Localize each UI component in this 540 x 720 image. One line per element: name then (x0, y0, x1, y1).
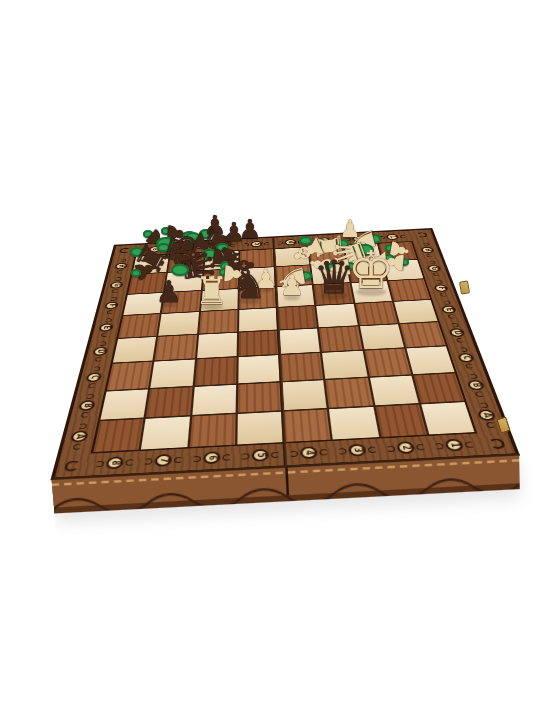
board-square (202, 269, 238, 289)
board-square (406, 347, 454, 374)
coordinate-label: E (441, 305, 457, 313)
scroll-ornament-icon (125, 459, 134, 466)
scroll-ornament-icon (119, 259, 126, 262)
scroll-ornament-icon (319, 449, 328, 455)
board-square (165, 271, 202, 291)
board-square (314, 283, 353, 305)
scroll-ornament-icon (116, 270, 123, 274)
scroll-ornament-icon (368, 446, 378, 452)
coordinate-label: D (448, 328, 465, 337)
piece-shadow (208, 234, 223, 238)
scroll-ornament-icon (94, 357, 102, 362)
border-ornament: 4 (289, 446, 329, 460)
border-ornament: B (76, 393, 97, 417)
coordinate-label: F (433, 284, 449, 292)
border-ornament: 1 (378, 233, 407, 240)
scroll-ornament-icon (332, 238, 338, 241)
border-ornament: B (464, 373, 488, 397)
coordinate-label: G (109, 281, 123, 289)
board-square (388, 279, 430, 301)
coordinate-label: B (78, 400, 96, 411)
scroll-ornament-icon (442, 301, 450, 305)
border-ornament: F (432, 280, 451, 297)
border-ornament: 8 (94, 456, 135, 470)
scroll-ornament-icon (80, 412, 89, 418)
board-square (351, 281, 392, 303)
board-square (204, 251, 238, 270)
scroll-ornament-icon (141, 248, 148, 251)
board-square (197, 333, 237, 359)
border-ornament: 2 (385, 441, 426, 455)
board-square (162, 291, 200, 313)
coordinate-label: 5 (252, 449, 269, 462)
border-ornament: G (108, 277, 125, 293)
coordinate-label: 6 (216, 243, 228, 250)
border-ornament: 6 (209, 242, 236, 249)
coordinate-label: 4 (300, 446, 318, 459)
scroll-ornament-icon (298, 240, 304, 243)
board-square (238, 382, 281, 412)
coordinate-label: 1 (386, 234, 400, 240)
corner-ornament-icon (64, 460, 81, 471)
scroll-ornament-icon (478, 403, 488, 409)
scroll-ornament-icon (162, 247, 168, 250)
border-ornament: C (455, 347, 477, 369)
corner-ornament-icon (488, 438, 506, 449)
coordinate-label: D (92, 347, 108, 356)
scroll-ornament-icon (104, 318, 112, 322)
border-ornament: C (84, 366, 104, 388)
scroll-ornament-icon (230, 244, 236, 247)
board-square (280, 353, 323, 381)
board-square (347, 262, 386, 282)
board-square (192, 384, 236, 414)
brass-clasp (459, 280, 470, 294)
corner-ornament-icon (416, 232, 428, 238)
board-square (364, 349, 410, 376)
scroll-ornament-icon (209, 245, 215, 248)
board-square (107, 362, 153, 390)
border-ornament: 7 (143, 453, 183, 467)
scroll-ornament-icon (72, 444, 82, 450)
board-square (113, 337, 156, 363)
border-ornament: H (113, 259, 129, 274)
board-square (155, 335, 197, 361)
scroll-ornament-icon (223, 454, 232, 461)
board-square (146, 387, 192, 417)
board-square (283, 409, 330, 442)
scroll-ornament-icon (426, 254, 433, 257)
felt-base (183, 231, 196, 240)
border-ornament: 6 (192, 451, 231, 465)
board-square (278, 306, 317, 329)
scroll-ornament-icon (77, 423, 86, 429)
border-ornament: 8 (140, 246, 168, 253)
scroll-ornament-icon (434, 443, 444, 449)
piece-dark-pawn: ♟ (203, 212, 226, 238)
board-square (240, 249, 274, 268)
border-ornament: A (474, 402, 499, 428)
board-square (400, 322, 446, 347)
scroll-ornament-icon (447, 314, 455, 318)
scroll-ornament-icon (196, 245, 202, 248)
scroll-ornament-icon (100, 332, 108, 336)
border-ornament: 5 (243, 240, 270, 247)
board-square (118, 314, 160, 338)
coordinate-label: 5 (251, 241, 263, 248)
scroll-ornament-icon (435, 280, 443, 284)
border-ornament: 3 (310, 237, 338, 244)
scroll-ornament-icon (474, 391, 484, 397)
coordinate-label: B (466, 380, 485, 391)
board-square (383, 260, 423, 280)
coordinate-label: H (420, 247, 434, 254)
board-square (311, 264, 349, 284)
board-square (141, 416, 189, 449)
scroll-ornament-icon (378, 236, 385, 239)
board-square (326, 378, 373, 408)
scroll-ornament-icon (485, 422, 495, 428)
scroll-ornament-icon (264, 242, 270, 245)
scroll-ornament-icon (455, 338, 464, 343)
coordinate-label: A (477, 409, 497, 421)
scroll-ornament-icon (98, 341, 106, 346)
board-square (319, 326, 362, 351)
scroll-ornament-icon (114, 277, 121, 281)
scroll-ornament-icon (109, 297, 116, 301)
scroll-ornament-icon (450, 323, 459, 327)
scroll-ornament-icon (289, 450, 298, 456)
board-square (238, 355, 280, 383)
felt-base (143, 230, 154, 238)
scroll-ornament-icon (432, 273, 440, 277)
border-ornament: D (447, 323, 468, 343)
board-square (151, 360, 195, 388)
coordinate-label: H (114, 263, 128, 270)
board-square (239, 287, 276, 309)
board-square (394, 300, 438, 323)
board-square (277, 285, 315, 307)
coordinate-label: 7 (182, 244, 195, 251)
board-square (282, 380, 327, 410)
coordinate-label: 7 (154, 454, 172, 467)
board-square (276, 265, 312, 285)
corner-ornament-icon (119, 248, 130, 254)
board-square (201, 289, 238, 311)
coordinate-label: 2 (396, 441, 416, 454)
scroll-ornament-icon (464, 441, 474, 447)
scroll-ornament-icon (439, 293, 447, 297)
board-square (199, 310, 238, 334)
border-ornament: 4 (277, 239, 305, 246)
coordinate-label: 2 (352, 235, 365, 242)
coordinate-label: 3 (318, 237, 331, 244)
border-ornament: 3 (337, 443, 378, 457)
board-square (132, 255, 169, 274)
scroll-ornament-icon (416, 444, 426, 450)
border-ornament: 5 (241, 448, 280, 462)
border-ornament: H (419, 243, 436, 258)
scroll-ornament-icon (106, 310, 114, 314)
border-ornament: F (103, 297, 120, 315)
coordinate-label: C (85, 372, 102, 382)
board-square (239, 308, 277, 332)
coordinate-label: 6 (203, 451, 221, 464)
board-square (355, 302, 397, 325)
border-ornament: D (91, 341, 110, 362)
scroll-ornament-icon (366, 237, 373, 240)
board-square (309, 246, 345, 265)
scroll-ornament-icon (428, 261, 435, 265)
board-square (322, 351, 367, 378)
border-ornament: G (425, 261, 443, 277)
coordinate-label: 3 (348, 444, 367, 457)
border-ornament: 7 (175, 244, 203, 251)
board-square (378, 242, 417, 261)
board-square (93, 419, 143, 452)
scroll-ornament-icon (468, 374, 477, 379)
scroll-ornament-icon (311, 239, 317, 242)
border-ornament: 1 (433, 438, 475, 452)
board-square (189, 414, 235, 447)
board-square (275, 247, 310, 266)
scroll-ornament-icon (459, 347, 468, 352)
scroll-ornament-icon (271, 451, 280, 457)
coordinate-label: 4 (284, 239, 296, 246)
coordinate-label: E (98, 323, 114, 332)
board-square (329, 407, 378, 440)
coordinate-label: F (104, 301, 119, 309)
board-square (237, 412, 283, 445)
board-square (100, 389, 148, 419)
board-square (239, 267, 274, 287)
felt-base (161, 227, 172, 235)
scroll-ornament-icon (174, 456, 183, 463)
scroll-ornament-icon (386, 445, 396, 451)
border-ornament: 2 (344, 235, 373, 242)
chess-set-photo: 87654321 87654321 HGFEDCBA HGFEDCBA ♜♚♝♞… (0, 0, 540, 720)
scroll-ornament-icon (95, 460, 105, 467)
board-square (128, 273, 166, 294)
felt-base (199, 229, 212, 239)
scroll-ornament-icon (400, 235, 407, 238)
border-ornament: A (68, 423, 91, 450)
board-square (123, 293, 163, 315)
board-square (360, 324, 404, 349)
coordinate-label: A (70, 430, 89, 442)
scroll-ornament-icon (143, 458, 152, 465)
scroll-ornament-icon (422, 243, 429, 246)
scroll-ornament-icon (277, 241, 283, 244)
border-ornament: E (97, 318, 115, 337)
scroll-ornament-icon (241, 453, 250, 460)
board-square (168, 253, 204, 272)
scroll-ornament-icon (85, 394, 94, 399)
scroll-ornament-icon (87, 383, 96, 388)
board-square (159, 312, 199, 336)
board-square (194, 358, 236, 386)
scroll-ornament-icon (337, 448, 346, 454)
coordinate-label: 8 (105, 456, 124, 469)
board-square (369, 375, 418, 405)
scroll-ornament-icon (344, 238, 351, 241)
board-square (238, 331, 278, 356)
chess-board: 87654321 87654321 HGFEDCBA HGFEDCBA (50, 228, 520, 480)
board-square (279, 329, 320, 354)
board-square (375, 404, 426, 437)
border-ornament: E (439, 300, 459, 318)
scroll-ornament-icon (243, 243, 249, 246)
scroll-ornament-icon (192, 455, 201, 462)
board-square (344, 244, 381, 263)
coordinate-label: C (457, 353, 475, 363)
scroll-ornament-icon (92, 366, 100, 371)
board-square (316, 304, 357, 327)
coordinate-label: G (426, 265, 441, 272)
board-square (413, 373, 464, 403)
scroll-ornament-icon (175, 247, 181, 250)
board-square (421, 402, 475, 434)
scroll-ornament-icon (111, 289, 118, 293)
coordinate-label: 8 (148, 246, 161, 253)
coordinate-label: 1 (444, 439, 465, 452)
scroll-ornament-icon (464, 363, 473, 368)
